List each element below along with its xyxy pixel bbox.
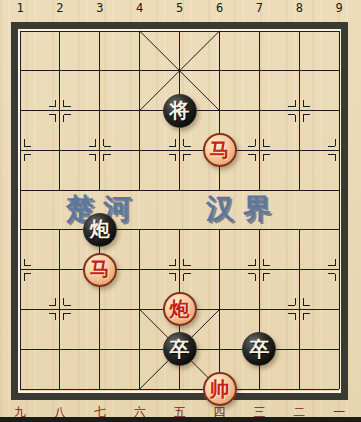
piece-black-cannon[interactable]: 炮 — [83, 213, 117, 247]
file-label-top-4: 4 — [130, 1, 150, 15]
piece-black-general[interactable]: 将 — [163, 94, 197, 128]
file-label-top-6: 6 — [210, 1, 230, 15]
piece-red-horse-1[interactable]: 马 — [203, 133, 237, 167]
file-label-top-8: 8 — [289, 1, 309, 15]
file-label-top-7: 7 — [249, 1, 269, 15]
file-label-top-3: 3 — [90, 1, 110, 15]
piece-black-soldier-1[interactable]: 卒 — [163, 332, 197, 366]
xiangqi-board: 123456789 楚河 汉界 将马炮马炮卒卒帅 九八七六五四三二一 — [0, 0, 361, 422]
file-label-top-1: 1 — [10, 1, 30, 15]
river-label-right: 汉界 — [206, 192, 280, 226]
piece-red-cannon[interactable]: 炮 — [163, 292, 197, 326]
piece-red-horse-2[interactable]: 马 — [83, 253, 117, 287]
file-label-top-2: 2 — [50, 1, 70, 15]
piece-red-general[interactable]: 帅 — [203, 372, 237, 406]
bottom-edge-strip — [0, 417, 361, 422]
file-label-top-5: 5 — [170, 1, 190, 15]
file-label-top-9: 9 — [329, 1, 349, 15]
